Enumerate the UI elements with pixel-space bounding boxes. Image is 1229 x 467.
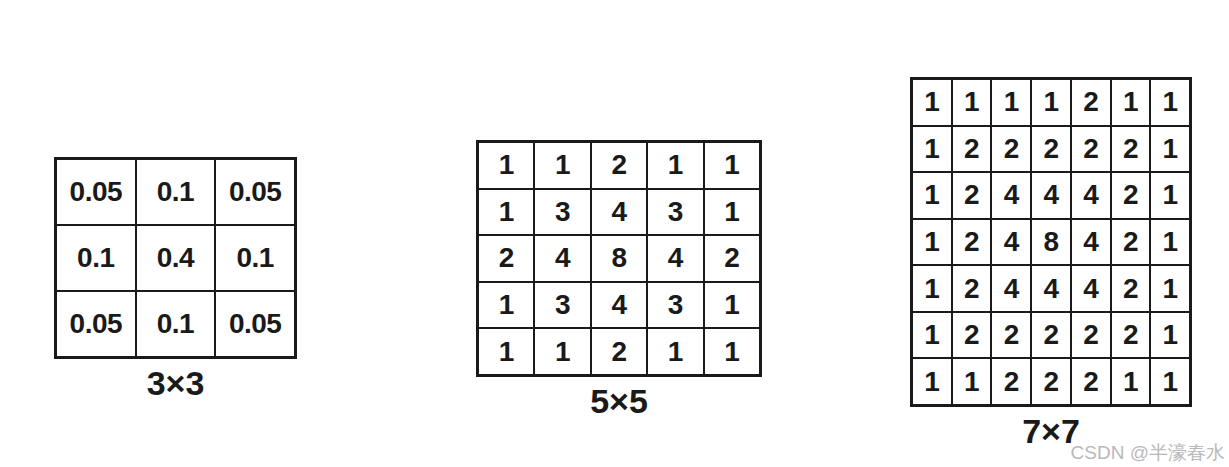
grid-cell: 2	[953, 266, 991, 311]
grid-cell: 4	[535, 236, 589, 281]
grid-cell: 0.1	[137, 292, 215, 356]
grid-label-3x3: 3×3	[147, 366, 205, 400]
grid-cell: 1	[1032, 80, 1070, 125]
grid-cell: 0.05	[57, 160, 135, 224]
grid-3x3: 0.050.10.050.10.40.10.050.10.05	[54, 157, 297, 359]
grid-cell: 4	[992, 173, 1030, 218]
grid-cell: 1	[913, 266, 951, 311]
grid-cell: 2	[1032, 313, 1070, 358]
grid-cell: 1	[913, 313, 951, 358]
diagram-canvas: 0.050.10.050.10.40.10.050.10.05 3×3 1121…	[0, 0, 1229, 467]
grid-cell: 2	[1112, 127, 1150, 172]
grid-cell: 2	[592, 329, 646, 374]
grid-cell: 4	[592, 283, 646, 328]
grid-cell: 1	[705, 190, 759, 235]
grid-cell: 4	[992, 220, 1030, 265]
grid-cell: 1	[913, 80, 951, 125]
grid-cell: 2	[705, 236, 759, 281]
grid-cell: 2	[1112, 313, 1150, 358]
grid-cell: 2	[479, 236, 533, 281]
grid-cell: 1	[479, 143, 533, 188]
grid-cell: 0.1	[57, 226, 135, 290]
grid-cell: 2	[592, 143, 646, 188]
grid-cell: 2	[953, 313, 991, 358]
grid-cell: 2	[953, 127, 991, 172]
grid-cell: 4	[592, 190, 646, 235]
grid-cell: 8	[1032, 220, 1070, 265]
grid-cell: 3	[648, 190, 702, 235]
grid-cell: 2	[953, 173, 991, 218]
grid-cell: 1	[479, 190, 533, 235]
grid-cell: 1	[913, 359, 951, 404]
grid-cell: 2	[1112, 220, 1150, 265]
grid-cell: 2	[1072, 80, 1110, 125]
grid-cell: 1	[535, 329, 589, 374]
grid-cell: 0.1	[137, 160, 215, 224]
grid-cell: 3	[648, 283, 702, 328]
grid-cell: 2	[1032, 127, 1070, 172]
kernel-5x5: 1121113431248421343111211 5×5	[476, 140, 762, 418]
grid-cell: 0.05	[216, 292, 294, 356]
grid-cell: 4	[1072, 266, 1110, 311]
kernel-3x3: 0.050.10.050.10.40.10.050.10.05 3×3	[54, 157, 297, 400]
grid-cell: 4	[992, 266, 1030, 311]
grid-cell: 2	[1112, 266, 1150, 311]
grid-cell: 1	[535, 143, 589, 188]
grid-cell: 1	[1151, 127, 1189, 172]
grid-cell: 4	[1072, 173, 1110, 218]
kernel-7x7: 1111211122222112444211248421124442112222…	[910, 77, 1192, 448]
grid-cell: 1	[648, 329, 702, 374]
grid-cell: 1	[913, 127, 951, 172]
grid-cell: 3	[535, 190, 589, 235]
grid-cell: 1	[953, 359, 991, 404]
grid-cell: 2	[1032, 359, 1070, 404]
grid-cell: 2	[1112, 173, 1150, 218]
grid-cell: 1	[1151, 313, 1189, 358]
grid-7x7: 1111211122222112444211248421124442112222…	[910, 77, 1192, 407]
grid-cell: 1	[1112, 359, 1150, 404]
grid-cell: 4	[1032, 173, 1070, 218]
grid-cell: 4	[1032, 266, 1070, 311]
grid-cell: 8	[592, 236, 646, 281]
grid-cell: 2	[992, 359, 1030, 404]
grid-cell: 1	[1151, 266, 1189, 311]
grid-cell: 2	[1072, 313, 1110, 358]
grid-label-5x5: 5×5	[590, 384, 648, 418]
grid-cell: 1	[479, 283, 533, 328]
grid-cell: 1	[913, 220, 951, 265]
grid-cell: 0.1	[216, 226, 294, 290]
grid-cell: 0.05	[216, 160, 294, 224]
grid-cell: 0.4	[137, 226, 215, 290]
grid-cell: 1	[1151, 80, 1189, 125]
watermark: CSDN @半濠春水	[1071, 443, 1225, 464]
grid-cell: 4	[1072, 220, 1110, 265]
grid-cell: 1	[648, 143, 702, 188]
grid-cell: 1	[479, 329, 533, 374]
grid-cell: 1	[1151, 220, 1189, 265]
grid-5x5: 1121113431248421343111211	[476, 140, 762, 377]
grid-cell: 1	[992, 80, 1030, 125]
grid-cell: 2	[1072, 359, 1110, 404]
grid-cell: 3	[535, 283, 589, 328]
grid-cell: 1	[705, 283, 759, 328]
grid-cell: 2	[992, 313, 1030, 358]
grid-cell: 4	[648, 236, 702, 281]
grid-cell: 1	[1112, 80, 1150, 125]
grid-cell: 2	[992, 127, 1030, 172]
grid-cell: 1	[953, 80, 991, 125]
grid-cell: 2	[1072, 127, 1110, 172]
grid-cell: 2	[953, 220, 991, 265]
grid-cell: 1	[705, 143, 759, 188]
grid-cell: 1	[1151, 359, 1189, 404]
grid-cell: 1	[1151, 173, 1189, 218]
grid-cell: 0.05	[57, 292, 135, 356]
grid-cell: 1	[913, 173, 951, 218]
grid-cell: 1	[705, 329, 759, 374]
